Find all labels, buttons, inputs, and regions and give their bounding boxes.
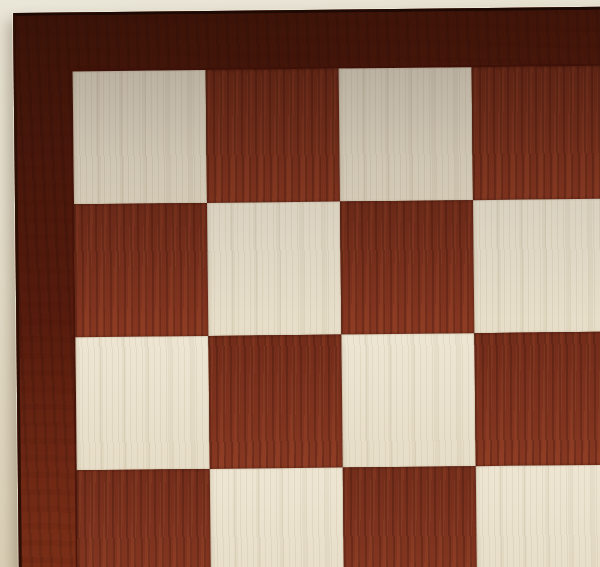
square-b6[interactable] [208,335,342,469]
square-d5[interactable] [476,465,600,567]
chess-board [13,1,600,567]
square-d7[interactable] [473,199,600,333]
square-d6[interactable] [474,332,600,466]
square-a6[interactable] [75,336,209,470]
board-squares [71,58,600,567]
square-a8[interactable] [73,70,207,204]
square-c8[interactable] [339,67,473,201]
square-a5[interactable] [77,469,211,567]
square-c6[interactable] [341,333,475,467]
square-c5[interactable] [343,466,477,567]
square-b5[interactable] [210,468,344,567]
square-b7[interactable] [207,202,341,336]
square-c7[interactable] [340,200,474,334]
square-d8[interactable] [472,66,600,200]
square-b8[interactable] [206,69,340,203]
square-a7[interactable] [74,203,208,337]
